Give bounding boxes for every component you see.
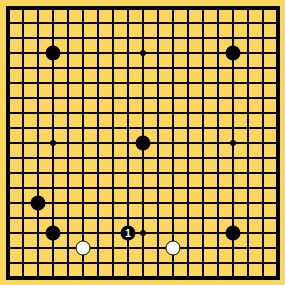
- black-stone-Q4: [226, 226, 241, 241]
- black-stone-C6: [31, 196, 46, 211]
- black-stone-D4: [46, 226, 61, 241]
- black-stone-K10: [136, 136, 151, 151]
- stones-overlay: 1: [0, 0, 285, 285]
- star-point-K4: [140, 230, 146, 236]
- black-stone-J4: 1: [121, 226, 136, 241]
- go-board-diagram: 1: [0, 0, 285, 285]
- star-point-Q10: [230, 140, 236, 146]
- black-stone-Q16: [226, 46, 241, 61]
- white-stone-M3: [166, 241, 181, 256]
- white-stone-F3: [76, 241, 91, 256]
- star-point-K16: [140, 50, 146, 56]
- star-point-D10: [50, 140, 56, 146]
- move-number-label: 1: [125, 228, 131, 238]
- black-stone-D16: [46, 46, 61, 61]
